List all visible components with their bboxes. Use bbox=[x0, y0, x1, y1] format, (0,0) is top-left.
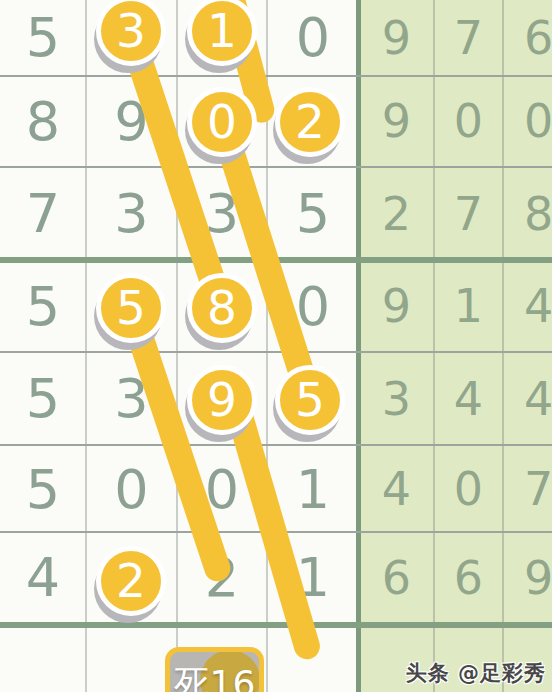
cell-r2-c7: 0 bbox=[503, 75, 552, 167]
cell-r6-c6: 0 bbox=[434, 445, 503, 533]
cell-r4-c6: 1 bbox=[434, 260, 503, 352]
cell-r3-c4: 5 bbox=[267, 167, 359, 260]
cell-r5-c1: 5 bbox=[0, 352, 86, 445]
cell-r7-c6: 6 bbox=[434, 533, 503, 622]
cell-r1-c7: 6 bbox=[503, 0, 552, 75]
cell-r6-c1: 5 bbox=[0, 445, 86, 533]
cell-r2-c5: 9 bbox=[359, 75, 434, 167]
highlight-circle-r7c2: 2 bbox=[96, 546, 166, 616]
cell-r3-c6: 7 bbox=[434, 167, 503, 260]
cell-r1-c4: 0 bbox=[267, 0, 359, 75]
highlight-circle-r4c3: 8 bbox=[187, 273, 257, 343]
cell-r3-c7: 8 bbox=[503, 167, 552, 260]
cell-r5-c5: 3 bbox=[359, 352, 434, 445]
highlight-circle-r2c4: 2 bbox=[275, 87, 345, 157]
cell-r6-c2: 0 bbox=[86, 445, 177, 533]
cell-r7-c5: 6 bbox=[359, 533, 434, 622]
dead-number-marker: 死16 bbox=[165, 647, 264, 692]
trend-chart-board: 5 3 1 0 9 7 6 8 9 0 2 9 0 0 7 3 3 5 2 7 … bbox=[0, 0, 552, 692]
cell-r7-c7: 9 bbox=[503, 533, 552, 622]
cell-r1-c1: 5 bbox=[0, 0, 86, 75]
cell-r1-c5: 9 bbox=[359, 0, 434, 75]
highlight-circle-r5c4: 5 bbox=[275, 365, 345, 435]
cell-r4-c1: 5 bbox=[0, 260, 86, 352]
highlight-circle-r5c3: 9 bbox=[187, 365, 257, 435]
cell-r6-c7: 7 bbox=[503, 445, 552, 533]
cell-r8-c1 bbox=[0, 622, 86, 692]
watermark-text: 头条 @足彩秀 bbox=[406, 659, 546, 687]
cell-r5-c6: 4 bbox=[434, 352, 503, 445]
cell-r1-c6: 7 bbox=[434, 0, 503, 75]
cell-r6-c5: 4 bbox=[359, 445, 434, 533]
cell-r5-c7: 4 bbox=[503, 352, 552, 445]
cell-r7-c1: 4 bbox=[0, 533, 86, 622]
cell-r3-c5: 2 bbox=[359, 167, 434, 260]
cell-r2-c1: 8 bbox=[0, 75, 86, 167]
cell-r4-c5: 9 bbox=[359, 260, 434, 352]
cell-r8-c2 bbox=[86, 622, 177, 692]
cell-r2-c6: 0 bbox=[434, 75, 503, 167]
cell-r4-c7: 4 bbox=[503, 260, 552, 352]
highlight-circle-r4c2: 5 bbox=[96, 273, 166, 343]
highlight-circle-r2c3: 0 bbox=[187, 87, 257, 157]
cell-r3-c2: 3 bbox=[86, 167, 177, 260]
dead-marker-label: 死16 bbox=[170, 660, 259, 692]
cell-r3-c1: 7 bbox=[0, 167, 86, 260]
